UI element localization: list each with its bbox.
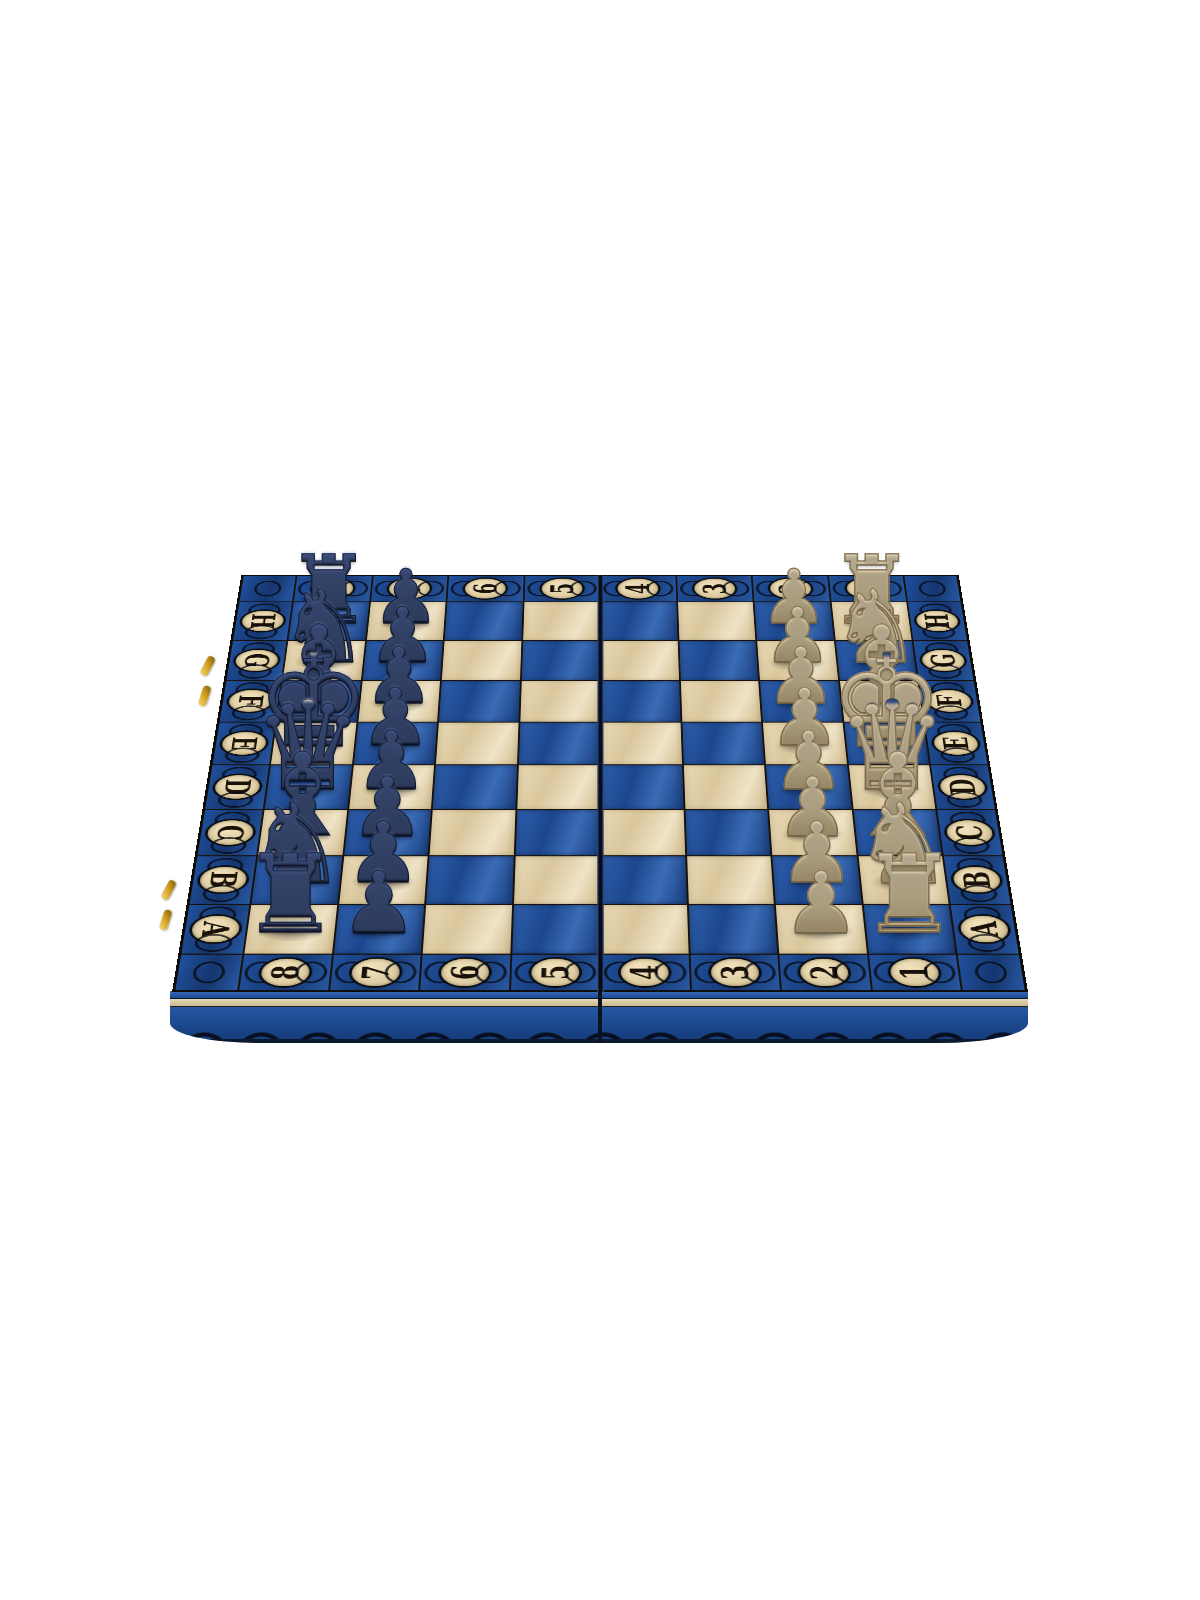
square-h3[interactable] (678, 602, 756, 640)
product-photo-background: 87654321HHGGFFEEDDCCBBAA87654321 ♜♞♝♛♚♝♞… (0, 0, 1200, 1600)
square-c4[interactable] (601, 810, 685, 855)
label-disc: 3 (710, 959, 759, 987)
piece-black-rook-a8[interactable]: ♜ (242, 840, 340, 949)
label-disc: 6 (465, 579, 507, 599)
square-e6[interactable] (436, 722, 518, 764)
square-d3[interactable] (683, 765, 767, 809)
label-disc: A (190, 916, 241, 943)
label-disc: 5 (541, 579, 582, 599)
label-char: 8 (260, 959, 311, 987)
file-label-left-A: A (181, 905, 249, 954)
rank-label-top-5: 5 (524, 576, 599, 602)
label-disc: 5 (531, 959, 579, 987)
border-corner (958, 955, 1025, 991)
label-disc: 6 (441, 959, 490, 987)
square-c3[interactable] (685, 810, 770, 855)
square-e3[interactable] (682, 722, 764, 764)
rank-label-bottom-7: 7 (330, 955, 421, 991)
label-disc: A (959, 916, 1010, 943)
rank-label-bottom-3: 3 (690, 955, 780, 991)
clasp-hook (160, 878, 177, 900)
square-a3[interactable] (688, 905, 777, 954)
label-disc: 1 (889, 959, 940, 987)
label-disc: B (952, 867, 1002, 893)
label-char: 5 (541, 579, 582, 599)
square-b6[interactable] (426, 856, 513, 903)
brass-clasp-lower (153, 876, 185, 942)
square-c5[interactable] (515, 810, 599, 855)
square-f5[interactable] (520, 681, 599, 722)
label-disc: B (198, 867, 248, 893)
label-char: B (198, 867, 248, 893)
label-char: 7 (350, 959, 400, 987)
square-g6[interactable] (442, 641, 521, 680)
rank-label-bottom-5: 5 (511, 955, 599, 991)
rank-label-top-4: 4 (601, 576, 676, 602)
piece-white-rook-a1[interactable]: ♜ (861, 840, 959, 949)
label-char: 3 (694, 579, 736, 599)
label-char: A (190, 916, 241, 943)
box-fold-seam-front (598, 991, 602, 1043)
border-corner (175, 955, 242, 991)
label-disc: 3 (694, 579, 736, 599)
square-h4[interactable] (601, 602, 677, 640)
label-disc: 8 (260, 959, 311, 987)
rank-label-bottom-6: 6 (420, 955, 510, 991)
label-char: 1 (889, 959, 940, 987)
rank-label-bottom-4: 4 (601, 955, 689, 991)
piece-black-pawn-a7[interactable]: ♟ (340, 859, 417, 945)
label-char: 6 (441, 959, 490, 987)
square-e4[interactable] (601, 722, 682, 764)
label-char: 3 (710, 959, 759, 987)
clasp-hook (197, 685, 211, 707)
square-a6[interactable] (423, 905, 512, 954)
square-g3[interactable] (679, 641, 758, 680)
square-c6[interactable] (430, 810, 515, 855)
label-char: B (952, 867, 1002, 893)
square-h6[interactable] (445, 602, 523, 640)
file-label-right-A: A (951, 905, 1019, 954)
clasp-hook (159, 908, 173, 930)
rank-label-bottom-8: 8 (239, 955, 331, 991)
board-fold-seam (597, 575, 604, 992)
label-disc: 4 (621, 959, 669, 987)
square-f3[interactable] (680, 681, 761, 722)
label-char: A (959, 916, 1010, 943)
square-b5[interactable] (514, 856, 599, 903)
label-char: 6 (465, 579, 507, 599)
clasp-hook (199, 655, 216, 677)
square-a4[interactable] (601, 905, 688, 954)
square-d6[interactable] (433, 765, 517, 809)
square-h5[interactable] (523, 602, 599, 640)
brass-clasp-upper (192, 652, 224, 718)
square-d5[interactable] (517, 765, 599, 809)
rank-label-top-3: 3 (677, 576, 753, 602)
label-disc: 2 (800, 959, 850, 987)
square-g4[interactable] (601, 641, 679, 680)
label-char: 4 (621, 959, 669, 987)
square-f4[interactable] (601, 681, 680, 722)
label-disc: 7 (350, 959, 400, 987)
square-a5[interactable] (512, 905, 599, 954)
square-g5[interactable] (521, 641, 599, 680)
square-e5[interactable] (518, 722, 599, 764)
label-char: 4 (618, 579, 659, 599)
rank-label-top-6: 6 (447, 576, 523, 602)
square-b3[interactable] (687, 856, 774, 903)
square-b4[interactable] (601, 856, 686, 903)
label-disc: 4 (618, 579, 659, 599)
label-char: 5 (531, 959, 579, 987)
rank-label-bottom-1: 1 (869, 955, 961, 991)
rank-label-bottom-2: 2 (779, 955, 870, 991)
square-d4[interactable] (601, 765, 683, 809)
square-f6[interactable] (439, 681, 520, 722)
piece-white-pawn-a2[interactable]: ♟ (783, 859, 860, 945)
label-char: 2 (800, 959, 850, 987)
